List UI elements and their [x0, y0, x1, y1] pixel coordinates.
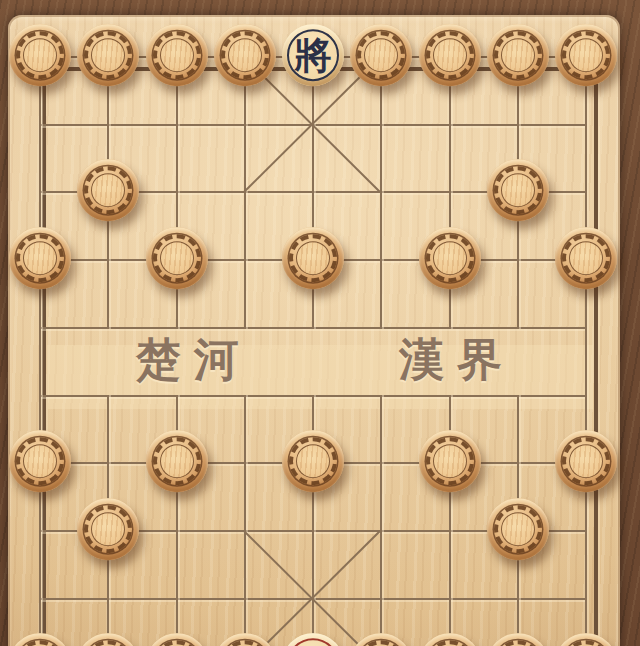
- piece-wood-face: [160, 241, 194, 275]
- hidden-piece[interactable]: [555, 227, 617, 289]
- river-label-han-jie: 漢界: [399, 336, 515, 384]
- hidden-piece[interactable]: [350, 24, 412, 86]
- piece-ornament-ring: [16, 640, 64, 646]
- piece-ornament-ring: [221, 640, 269, 646]
- piece-wood-face: [501, 512, 535, 546]
- grid-v-line: [380, 395, 382, 646]
- hidden-piece[interactable]: [9, 430, 71, 492]
- hidden-piece[interactable]: [146, 430, 208, 492]
- hidden-piece[interactable]: [282, 227, 344, 289]
- piece-wood-face: [228, 38, 262, 72]
- hidden-piece[interactable]: [487, 160, 549, 222]
- piece-wood-face: [160, 38, 194, 72]
- hidden-piece[interactable]: [146, 24, 208, 86]
- black-general-character: 將: [295, 37, 332, 74]
- hidden-piece[interactable]: [77, 498, 139, 560]
- game-screen: 楚河 漢界 將帥: [0, 0, 640, 646]
- piece-wood-face: [433, 444, 467, 478]
- hidden-piece[interactable]: [555, 430, 617, 492]
- piece-wood-face: [569, 38, 603, 72]
- piece-ornament-ring: [84, 640, 132, 646]
- hidden-piece[interactable]: [77, 160, 139, 222]
- piece-wood-face: [569, 444, 603, 478]
- piece-ornament-ring: [562, 640, 610, 646]
- piece-ornament-ring: [357, 640, 405, 646]
- piece-wood-face: [433, 241, 467, 275]
- hidden-piece[interactable]: [9, 24, 71, 86]
- piece-wood-face: [160, 444, 194, 478]
- piece-wood-face: [296, 444, 330, 478]
- hidden-piece[interactable]: [419, 24, 481, 86]
- piece-wood-face: [23, 38, 57, 72]
- piece-ornament-ring: [494, 640, 542, 646]
- piece-wood-face: [296, 241, 330, 275]
- hidden-piece[interactable]: [9, 227, 71, 289]
- piece-wood-face: [91, 174, 125, 208]
- hidden-piece[interactable]: [419, 430, 481, 492]
- hidden-piece[interactable]: [146, 227, 208, 289]
- piece-ornament-ring: [426, 640, 474, 646]
- piece-wood-face: [501, 174, 535, 208]
- river-label-chu-he: 楚河: [136, 336, 252, 384]
- piece-wood-face: [23, 241, 57, 275]
- hidden-piece[interactable]: [214, 24, 276, 86]
- grid-v-line: [244, 395, 246, 646]
- hidden-piece[interactable]: [77, 24, 139, 86]
- hidden-piece[interactable]: [487, 24, 549, 86]
- piece-face: 將: [287, 29, 339, 81]
- piece-wood-face: [91, 512, 125, 546]
- piece-wood-face: [364, 38, 398, 72]
- hidden-piece[interactable]: [282, 430, 344, 492]
- grid-v-line: [585, 56, 587, 646]
- grid-v-line: [244, 56, 246, 329]
- piece-wood-face: [23, 444, 57, 478]
- grid-v-line: [39, 56, 41, 646]
- piece-wood-face: [91, 38, 125, 72]
- piece-wood-face: [501, 38, 535, 72]
- piece-ornament-ring: [153, 640, 201, 646]
- grid-v-line: [380, 56, 382, 329]
- hidden-piece[interactable]: [555, 24, 617, 86]
- piece-wood-face: [569, 241, 603, 275]
- piece-wood-face: [433, 38, 467, 72]
- hidden-piece[interactable]: [419, 227, 481, 289]
- piece-face: 帥: [287, 638, 339, 646]
- hidden-piece[interactable]: [487, 498, 549, 560]
- black-general-piece[interactable]: 將: [282, 24, 344, 86]
